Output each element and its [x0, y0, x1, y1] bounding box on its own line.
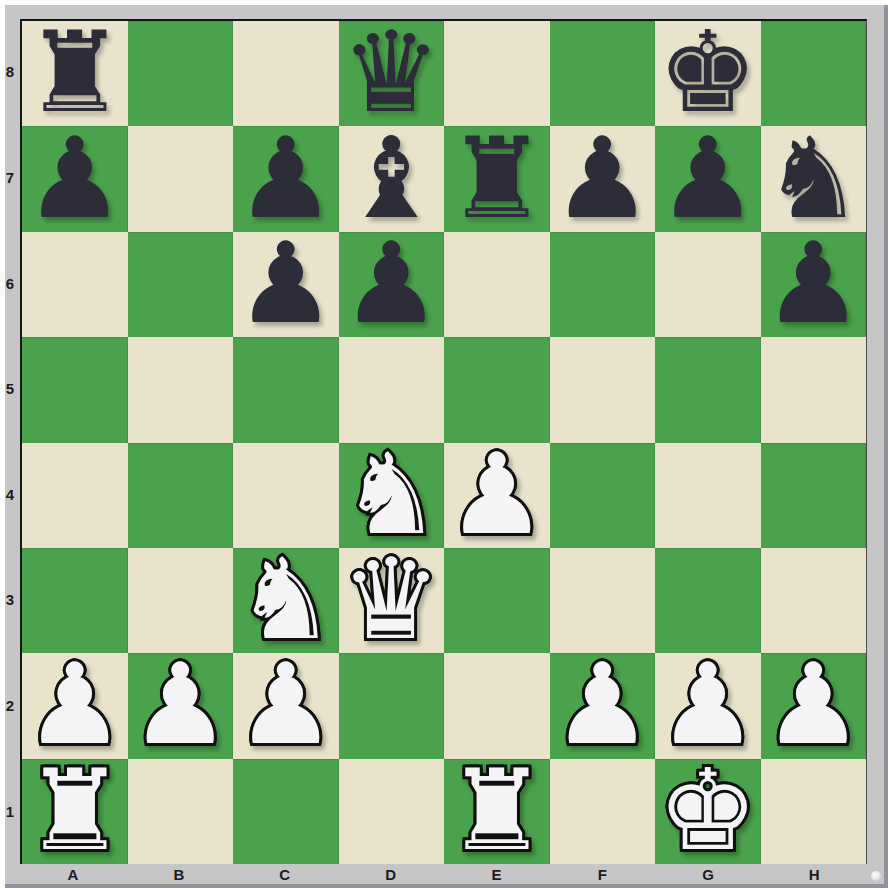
square-a2[interactable]: ♟♟: [22, 653, 128, 758]
square-b4[interactable]: [128, 443, 234, 548]
piece-glyph: ♜: [22, 20, 128, 125]
piece-glyph: ♟: [233, 231, 339, 336]
square-d7[interactable]: ♝: [339, 126, 445, 231]
piece-black-knight-h7[interactable]: ♞: [761, 126, 867, 231]
square-a3[interactable]: [22, 548, 128, 653]
piece-white-pawn-e4[interactable]: ♟♟: [444, 443, 550, 548]
piece-black-pawn-f7[interactable]: ♟: [550, 126, 656, 231]
square-e4[interactable]: ♟♟: [444, 443, 550, 548]
file-label-c: C: [232, 864, 338, 885]
piece-glyph: ♝: [339, 125, 445, 230]
piece-glyph: ♚: [655, 20, 761, 125]
square-c2[interactable]: ♟♟: [233, 653, 339, 758]
board-frame: 87654321 ♜♛♚♟♟♝♜♟♟♞♟♟♟♞♞♟♟♞♞♛♛♟♟♟♟♟♟♟♟♟♟…: [0, 0, 888, 888]
square-f1[interactable]: [550, 759, 656, 864]
rank-label-2: 2: [0, 653, 20, 759]
square-c1[interactable]: [233, 759, 339, 864]
square-h4[interactable]: [761, 443, 867, 548]
square-d2[interactable]: [339, 653, 445, 758]
square-h2[interactable]: ♟♟: [761, 653, 867, 758]
square-h1[interactable]: [761, 759, 867, 864]
square-h6[interactable]: ♟: [761, 232, 867, 337]
square-d6[interactable]: ♟: [339, 232, 445, 337]
square-e3[interactable]: [444, 548, 550, 653]
piece-glyph: ♟: [655, 125, 761, 230]
square-c8[interactable]: [233, 21, 339, 126]
piece-white-knight-d4[interactable]: ♞♞: [339, 443, 445, 548]
piece-glyph: ♞: [233, 547, 339, 652]
square-g2[interactable]: ♟♟: [655, 653, 761, 758]
piece-glyph: ♞: [339, 442, 445, 547]
piece-black-pawn-h6[interactable]: ♟: [761, 232, 867, 337]
square-f2[interactable]: ♟♟: [550, 653, 656, 758]
square-f6[interactable]: [550, 232, 656, 337]
square-f8[interactable]: [550, 21, 656, 126]
piece-glyph: ♛: [339, 547, 445, 652]
piece-black-pawn-a7[interactable]: ♟: [22, 126, 128, 231]
square-c7[interactable]: ♟: [233, 126, 339, 231]
square-h7[interactable]: ♞: [761, 126, 867, 231]
rank-label-1: 1: [0, 758, 20, 864]
piece-glyph: ♟: [655, 652, 761, 757]
square-d5[interactable]: [339, 337, 445, 442]
piece-glyph: ♚: [655, 758, 761, 863]
square-b8[interactable]: [128, 21, 234, 126]
rank-label-3: 3: [0, 547, 20, 653]
piece-white-pawn-c2[interactable]: ♟♟: [233, 653, 339, 758]
square-b2[interactable]: ♟♟: [128, 653, 234, 758]
square-h3[interactable]: [761, 548, 867, 653]
piece-glyph: ♟: [550, 652, 656, 757]
piece-black-pawn-c7[interactable]: ♟: [233, 126, 339, 231]
piece-white-king-g1[interactable]: ♚♚: [655, 759, 761, 864]
piece-glyph: ♟: [761, 231, 867, 336]
file-label-b: B: [126, 864, 232, 885]
piece-white-pawn-a2[interactable]: ♟♟: [22, 653, 128, 758]
square-d1[interactable]: [339, 759, 445, 864]
piece-white-rook-e1[interactable]: ♜♜: [444, 759, 550, 864]
square-a5[interactable]: [22, 337, 128, 442]
piece-black-rook-a8[interactable]: ♜: [22, 21, 128, 126]
square-h8[interactable]: [761, 21, 867, 126]
file-label-e: E: [444, 864, 550, 885]
piece-black-pawn-c6[interactable]: ♟: [233, 232, 339, 337]
piece-glyph: ♛: [339, 20, 445, 125]
square-f4[interactable]: [550, 443, 656, 548]
piece-black-king-g8[interactable]: ♚: [655, 21, 761, 126]
piece-glyph: ♟: [22, 125, 128, 230]
piece-glyph: ♟: [761, 652, 867, 757]
piece-white-knight-c3[interactable]: ♞♞: [233, 548, 339, 653]
piece-glyph: ♟: [233, 125, 339, 230]
piece-black-pawn-d6[interactable]: ♟: [339, 232, 445, 337]
rank-labels: 87654321: [0, 19, 20, 864]
square-g7[interactable]: ♟: [655, 126, 761, 231]
square-a1[interactable]: ♜♜: [22, 759, 128, 864]
rank-label-8: 8: [0, 19, 20, 125]
square-c6[interactable]: ♟: [233, 232, 339, 337]
piece-glyph: ♞: [761, 125, 867, 230]
square-a4[interactable]: [22, 443, 128, 548]
piece-glyph: ♜: [444, 758, 550, 863]
square-e1[interactable]: ♜♜: [444, 759, 550, 864]
square-d4[interactable]: ♞♞: [339, 443, 445, 548]
piece-black-pawn-g7[interactable]: ♟: [655, 126, 761, 231]
piece-glyph: ♟: [128, 652, 234, 757]
square-b7[interactable]: [128, 126, 234, 231]
piece-glyph: ♟: [339, 231, 445, 336]
square-f7[interactable]: ♟: [550, 126, 656, 231]
file-label-f: F: [549, 864, 655, 885]
square-e8[interactable]: [444, 21, 550, 126]
piece-white-rook-a1[interactable]: ♜♜: [22, 759, 128, 864]
piece-glyph: ♜: [444, 125, 550, 230]
rank-label-7: 7: [0, 125, 20, 231]
piece-white-pawn-f2[interactable]: ♟♟: [550, 653, 656, 758]
piece-glyph: ♟: [444, 442, 550, 547]
piece-white-pawn-g2[interactable]: ♟♟: [655, 653, 761, 758]
rank-label-6: 6: [0, 230, 20, 336]
square-b3[interactable]: [128, 548, 234, 653]
piece-glyph: ♟: [550, 125, 656, 230]
square-g4[interactable]: [655, 443, 761, 548]
square-c5[interactable]: [233, 337, 339, 442]
piece-glyph: ♟: [22, 652, 128, 757]
square-g3[interactable]: [655, 548, 761, 653]
square-c3[interactable]: ♞♞: [233, 548, 339, 653]
square-c4[interactable]: [233, 443, 339, 548]
square-f3[interactable]: [550, 548, 656, 653]
piece-black-queen-d8[interactable]: ♛: [339, 21, 445, 126]
square-b1[interactable]: [128, 759, 234, 864]
square-e6[interactable]: [444, 232, 550, 337]
square-e5[interactable]: [444, 337, 550, 442]
square-b6[interactable]: [128, 232, 234, 337]
square-g5[interactable]: [655, 337, 761, 442]
square-g6[interactable]: [655, 232, 761, 337]
square-a8[interactable]: ♜: [22, 21, 128, 126]
square-g1[interactable]: ♚♚: [655, 759, 761, 864]
file-label-g: G: [655, 864, 761, 885]
piece-glyph: ♜: [22, 758, 128, 863]
piece-glyph: ♟: [233, 652, 339, 757]
rank-label-5: 5: [0, 336, 20, 442]
chess-board: ♜♛♚♟♟♝♜♟♟♞♟♟♟♞♞♟♟♞♞♛♛♟♟♟♟♟♟♟♟♟♟♟♟♜♜♜♜♚♚: [20, 19, 867, 864]
square-h5[interactable]: [761, 337, 867, 442]
file-label-a: A: [20, 864, 126, 885]
square-e2[interactable]: [444, 653, 550, 758]
square-b5[interactable]: [128, 337, 234, 442]
square-a7[interactable]: ♟: [22, 126, 128, 231]
square-e7[interactable]: ♜: [444, 126, 550, 231]
piece-white-pawn-h2[interactable]: ♟♟: [761, 653, 867, 758]
square-f5[interactable]: [550, 337, 656, 442]
rank-label-4: 4: [0, 442, 20, 548]
piece-white-queen-d3[interactable]: ♛♛: [339, 548, 445, 653]
square-a6[interactable]: [22, 232, 128, 337]
piece-white-pawn-b2[interactable]: ♟♟: [128, 653, 234, 758]
piece-black-bishop-d7[interactable]: ♝: [339, 126, 445, 231]
square-d8[interactable]: ♛: [339, 21, 445, 126]
file-label-h: H: [761, 864, 867, 885]
piece-black-rook-e7[interactable]: ♜: [444, 126, 550, 231]
square-d3[interactable]: ♛♛: [339, 548, 445, 653]
square-g8[interactable]: ♚: [655, 21, 761, 126]
file-label-d: D: [338, 864, 444, 885]
corner-dot: [871, 871, 881, 881]
file-labels: ABCDEFGH: [20, 864, 867, 885]
